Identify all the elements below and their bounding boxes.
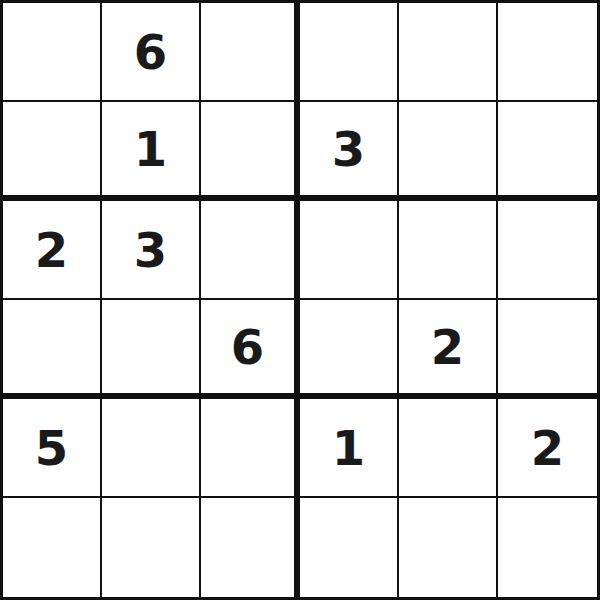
cell-r3c5[interactable] bbox=[399, 201, 498, 300]
cell-r3c2[interactable]: 3 bbox=[102, 201, 201, 300]
cell-r6c1[interactable] bbox=[3, 498, 102, 597]
cell-r3c6[interactable] bbox=[498, 201, 597, 300]
cell-r6c6[interactable] bbox=[498, 498, 597, 597]
sudoku-board: 6132362512 bbox=[0, 0, 600, 600]
cell-r1c1[interactable] bbox=[3, 3, 102, 102]
cell-r5c5[interactable] bbox=[399, 399, 498, 498]
sudoku-board-container: 6132362512 bbox=[0, 0, 600, 600]
cell-r5c4[interactable]: 1 bbox=[300, 399, 399, 498]
cell-r4c2[interactable] bbox=[102, 300, 201, 399]
cell-r5c1[interactable]: 5 bbox=[3, 399, 102, 498]
cell-r4c5[interactable]: 2 bbox=[399, 300, 498, 399]
cell-r6c3[interactable] bbox=[201, 498, 300, 597]
cell-r2c5[interactable] bbox=[399, 102, 498, 201]
cell-r4c3[interactable]: 6 bbox=[201, 300, 300, 399]
cell-r4c1[interactable] bbox=[3, 300, 102, 399]
cell-r1c5[interactable] bbox=[399, 3, 498, 102]
cell-r1c6[interactable] bbox=[498, 3, 597, 102]
cell-r6c2[interactable] bbox=[102, 498, 201, 597]
cell-r3c4[interactable] bbox=[300, 201, 399, 300]
cell-r2c6[interactable] bbox=[498, 102, 597, 201]
cell-r1c2[interactable]: 6 bbox=[102, 3, 201, 102]
cell-r6c4[interactable] bbox=[300, 498, 399, 597]
cell-r5c6[interactable]: 2 bbox=[498, 399, 597, 498]
cell-r4c6[interactable] bbox=[498, 300, 597, 399]
cell-r2c1[interactable] bbox=[3, 102, 102, 201]
cell-r3c1[interactable]: 2 bbox=[3, 201, 102, 300]
cell-r5c2[interactable] bbox=[102, 399, 201, 498]
cell-r2c4[interactable]: 3 bbox=[300, 102, 399, 201]
cell-r5c3[interactable] bbox=[201, 399, 300, 498]
cell-r3c3[interactable] bbox=[201, 201, 300, 300]
cell-r1c3[interactable] bbox=[201, 3, 300, 102]
cell-r6c5[interactable] bbox=[399, 498, 498, 597]
cell-r2c3[interactable] bbox=[201, 102, 300, 201]
cell-r1c4[interactable] bbox=[300, 3, 399, 102]
cell-r2c2[interactable]: 1 bbox=[102, 102, 201, 201]
cell-r4c4[interactable] bbox=[300, 300, 399, 399]
